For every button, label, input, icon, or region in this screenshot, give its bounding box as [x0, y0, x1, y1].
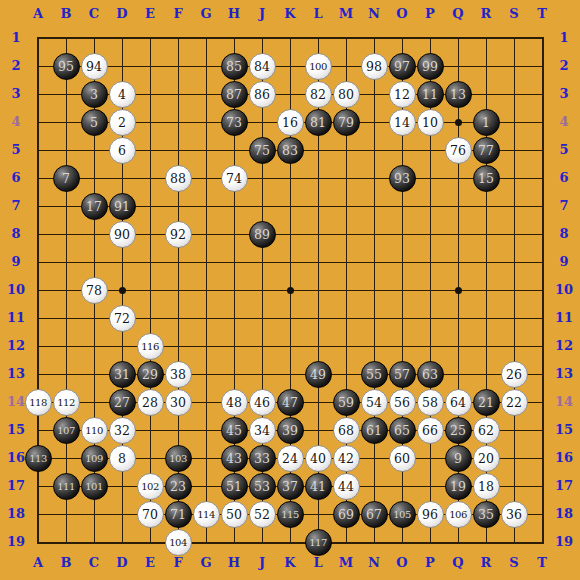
stone-black-21[interactable]: 21 — [473, 389, 500, 416]
coord-label: D — [108, 5, 136, 23]
coord-label: B — [52, 554, 80, 572]
move-number: 40 — [310, 451, 326, 466]
stone-white-66[interactable]: 66 — [417, 417, 444, 444]
coord-label: 9 — [550, 253, 578, 271]
coord-label: R — [472, 5, 500, 23]
stone-white-46[interactable]: 46 — [249, 389, 276, 416]
stone-black-53[interactable]: 53 — [249, 473, 276, 500]
stone-white-32[interactable]: 32 — [109, 417, 136, 444]
stone-white-38[interactable]: 38 — [165, 361, 192, 388]
coord-label: 5 — [550, 141, 578, 159]
coord-label: E — [136, 5, 164, 23]
stone-white-98[interactable]: 98 — [361, 53, 388, 80]
stone-white-68[interactable]: 68 — [333, 417, 360, 444]
stone-white-100[interactable]: 100 — [305, 53, 332, 80]
move-number: 75 — [254, 143, 270, 158]
coord-label: P — [416, 554, 444, 572]
move-number: 113 — [29, 453, 47, 464]
stone-white-58[interactable]: 58 — [417, 389, 444, 416]
stone-white-6[interactable]: 6 — [109, 137, 136, 164]
stone-white-34[interactable]: 34 — [249, 417, 276, 444]
move-number: 100 — [309, 61, 327, 72]
move-number: 68 — [338, 423, 354, 438]
stone-black-117[interactable]: 117 — [305, 529, 332, 556]
move-number: 72 — [114, 311, 130, 326]
coord-label: 8 — [2, 225, 30, 243]
stone-white-54[interactable]: 54 — [361, 389, 388, 416]
stone-black-79[interactable]: 79 — [333, 109, 360, 136]
move-number: 102 — [141, 481, 159, 492]
coord-label: P — [416, 5, 444, 23]
stone-black-69[interactable]: 69 — [333, 501, 360, 528]
stone-black-59[interactable]: 59 — [333, 389, 360, 416]
move-number: 116 — [141, 341, 159, 352]
move-number: 74 — [226, 171, 242, 186]
stone-white-92[interactable]: 92 — [165, 221, 192, 248]
stone-black-109[interactable]: 109 — [81, 445, 108, 472]
coord-label: 2 — [550, 57, 578, 75]
stone-white-76[interactable]: 76 — [445, 137, 472, 164]
move-number: 83 — [282, 143, 298, 158]
stone-black-35[interactable]: 35 — [473, 501, 500, 528]
move-number: 67 — [366, 507, 382, 522]
stone-white-112[interactable]: 112 — [53, 389, 80, 416]
coord-label: 15 — [550, 421, 578, 439]
stone-black-3[interactable]: 3 — [81, 81, 108, 108]
stone-white-86[interactable]: 86 — [249, 81, 276, 108]
move-number: 90 — [114, 227, 130, 242]
stone-white-80[interactable]: 80 — [333, 81, 360, 108]
move-number: 38 — [170, 367, 186, 382]
move-number: 11 — [422, 87, 438, 102]
stone-black-101[interactable]: 101 — [81, 473, 108, 500]
stone-white-48[interactable]: 48 — [221, 389, 248, 416]
coord-label: H — [220, 5, 248, 23]
stone-white-94[interactable]: 94 — [81, 53, 108, 80]
move-number: 62 — [478, 423, 494, 438]
stone-black-77[interactable]: 77 — [473, 137, 500, 164]
move-number: 45 — [226, 423, 242, 438]
stone-black-89[interactable]: 89 — [249, 221, 276, 248]
stone-white-8[interactable]: 8 — [109, 445, 136, 472]
stone-black-51[interactable]: 51 — [221, 473, 248, 500]
stone-white-42[interactable]: 42 — [333, 445, 360, 472]
coord-label: 6 — [550, 169, 578, 187]
move-number: 63 — [422, 367, 438, 382]
stone-white-2[interactable]: 2 — [109, 109, 136, 136]
coord-label: F — [164, 5, 192, 23]
move-number: 85 — [226, 59, 242, 74]
coord-label: Q — [444, 5, 472, 23]
stone-black-105[interactable]: 105 — [389, 501, 416, 528]
coord-label: L — [304, 554, 332, 572]
coord-label: 18 — [2, 505, 30, 523]
stone-white-26[interactable]: 26 — [501, 361, 528, 388]
move-number: 64 — [450, 395, 466, 410]
move-number: 99 — [422, 59, 438, 74]
coord-label: 3 — [550, 85, 578, 103]
move-number: 50 — [226, 507, 242, 522]
move-number: 14 — [394, 115, 410, 130]
move-number: 111 — [57, 481, 75, 492]
stone-white-110[interactable]: 110 — [81, 417, 108, 444]
move-number: 7 — [62, 171, 70, 186]
go-board-stage: ABCDEFGHJKLMNOPQRST ABCDEFGHJKLMNOPQRST … — [0, 0, 580, 580]
stone-black-57[interactable]: 57 — [389, 361, 416, 388]
coord-label: 10 — [550, 281, 578, 299]
coord-label: 10 — [2, 281, 30, 299]
coord-label: 5 — [2, 141, 30, 159]
coord-label: K — [276, 554, 304, 572]
move-number: 54 — [366, 395, 382, 410]
stone-white-102[interactable]: 102 — [137, 473, 164, 500]
star-point — [119, 287, 126, 294]
move-number: 27 — [114, 395, 130, 410]
stone-black-95[interactable]: 95 — [53, 53, 80, 80]
move-number: 33 — [254, 451, 270, 466]
move-number: 77 — [478, 143, 494, 158]
stone-black-87[interactable]: 87 — [221, 81, 248, 108]
stone-black-37[interactable]: 37 — [277, 473, 304, 500]
stone-black-73[interactable]: 73 — [221, 109, 248, 136]
coord-label: G — [192, 5, 220, 23]
move-number: 56 — [394, 395, 410, 410]
move-number: 110 — [85, 425, 103, 436]
stone-white-52[interactable]: 52 — [249, 501, 276, 528]
star-point — [287, 287, 294, 294]
stone-black-19[interactable]: 19 — [445, 473, 472, 500]
stone-black-111[interactable]: 111 — [53, 473, 80, 500]
stone-black-29[interactable]: 29 — [137, 361, 164, 388]
stone-black-67[interactable]: 67 — [361, 501, 388, 528]
coord-label: C — [80, 5, 108, 23]
stone-white-90[interactable]: 90 — [109, 221, 136, 248]
stone-white-44[interactable]: 44 — [333, 473, 360, 500]
coord-label: 13 — [2, 365, 30, 383]
coord-label: S — [500, 554, 528, 572]
stone-white-14[interactable]: 14 — [389, 109, 416, 136]
coord-label: 11 — [550, 309, 578, 327]
coord-label: S — [500, 5, 528, 23]
coord-label: 1 — [550, 29, 578, 47]
move-number: 20 — [478, 451, 494, 466]
stone-black-63[interactable]: 63 — [417, 361, 444, 388]
move-number: 42 — [338, 451, 354, 466]
move-number: 15 — [478, 171, 494, 186]
coord-label: G — [192, 554, 220, 572]
move-number: 76 — [450, 143, 466, 158]
move-number: 9 — [454, 451, 462, 466]
move-number: 19 — [450, 479, 466, 494]
star-point — [455, 287, 462, 294]
stone-white-114[interactable]: 114 — [193, 501, 220, 528]
stone-black-93[interactable]: 93 — [389, 165, 416, 192]
coord-label: 12 — [2, 337, 30, 355]
coord-label: C — [80, 554, 108, 572]
move-number: 104 — [169, 537, 187, 548]
move-number: 30 — [170, 395, 186, 410]
stone-black-61[interactable]: 61 — [361, 417, 388, 444]
move-number: 5 — [90, 115, 98, 130]
stone-white-72[interactable]: 72 — [109, 305, 136, 332]
move-number: 59 — [338, 395, 354, 410]
stone-white-74[interactable]: 74 — [221, 165, 248, 192]
stone-white-106[interactable]: 106 — [445, 501, 472, 528]
move-number: 25 — [450, 423, 466, 438]
stone-white-30[interactable]: 30 — [165, 389, 192, 416]
move-number: 82 — [310, 87, 326, 102]
coord-label: 19 — [550, 533, 578, 551]
stone-black-91[interactable]: 91 — [109, 193, 136, 220]
move-number: 28 — [142, 395, 158, 410]
move-number: 106 — [449, 509, 467, 520]
coord-label: 19 — [2, 533, 30, 551]
move-number: 79 — [338, 115, 354, 130]
move-number: 95 — [58, 59, 74, 74]
move-number: 118 — [29, 397, 47, 408]
coord-label: J — [248, 554, 276, 572]
move-number: 23 — [170, 479, 186, 494]
stone-black-47[interactable]: 47 — [277, 389, 304, 416]
stone-black-71[interactable]: 71 — [165, 501, 192, 528]
move-number: 73 — [226, 115, 242, 130]
move-number: 12 — [394, 87, 410, 102]
coord-label: 13 — [550, 365, 578, 383]
move-number: 97 — [394, 59, 410, 74]
coord-label: Q — [444, 554, 472, 572]
move-number: 60 — [394, 451, 410, 466]
move-number: 80 — [338, 87, 354, 102]
move-number: 48 — [226, 395, 242, 410]
stone-black-27[interactable]: 27 — [109, 389, 136, 416]
coord-label: 7 — [2, 197, 30, 215]
move-number: 49 — [310, 367, 326, 382]
move-number: 31 — [114, 367, 130, 382]
stone-white-20[interactable]: 20 — [473, 445, 500, 472]
move-number: 10 — [422, 115, 438, 130]
stone-black-103[interactable]: 103 — [165, 445, 192, 472]
coord-label: 4 — [550, 113, 578, 131]
move-number: 43 — [226, 451, 242, 466]
stone-black-1[interactable]: 1 — [473, 109, 500, 136]
stone-black-11[interactable]: 11 — [417, 81, 444, 108]
move-number: 93 — [394, 171, 410, 186]
stone-black-23[interactable]: 23 — [165, 473, 192, 500]
move-number: 92 — [170, 227, 186, 242]
move-number: 29 — [142, 367, 158, 382]
move-number: 58 — [422, 395, 438, 410]
coord-label: H — [220, 554, 248, 572]
move-number: 117 — [309, 537, 327, 548]
move-number: 37 — [282, 479, 298, 494]
stone-white-62[interactable]: 62 — [473, 417, 500, 444]
move-number: 46 — [254, 395, 270, 410]
move-number: 65 — [394, 423, 410, 438]
coord-label: 17 — [2, 477, 30, 495]
stone-black-55[interactable]: 55 — [361, 361, 388, 388]
coord-label: N — [360, 554, 388, 572]
stone-white-84[interactable]: 84 — [249, 53, 276, 80]
stone-white-78[interactable]: 78 — [81, 277, 108, 304]
move-number: 53 — [254, 479, 270, 494]
stone-black-97[interactable]: 97 — [389, 53, 416, 80]
move-number: 52 — [254, 507, 270, 522]
coord-label: F — [164, 554, 192, 572]
stone-black-113[interactable]: 113 — [25, 445, 52, 472]
stone-black-41[interactable]: 41 — [305, 473, 332, 500]
stone-black-115[interactable]: 115 — [277, 501, 304, 528]
coord-label: 7 — [550, 197, 578, 215]
move-number: 115 — [281, 509, 299, 520]
move-number: 66 — [422, 423, 438, 438]
coord-label: 17 — [550, 477, 578, 495]
coord-label: L — [304, 5, 332, 23]
coord-label: 9 — [2, 253, 30, 271]
stone-black-9[interactable]: 9 — [445, 445, 472, 472]
coord-label: 11 — [2, 309, 30, 327]
stone-black-45[interactable]: 45 — [221, 417, 248, 444]
coord-label: D — [108, 554, 136, 572]
coord-label: M — [332, 554, 360, 572]
stone-black-13[interactable]: 13 — [445, 81, 472, 108]
coord-label: 18 — [550, 505, 578, 523]
stone-white-16[interactable]: 16 — [277, 109, 304, 136]
coord-label: 12 — [550, 337, 578, 355]
move-number: 44 — [338, 479, 354, 494]
move-number: 61 — [366, 423, 382, 438]
star-point — [455, 119, 462, 126]
stone-black-85[interactable]: 85 — [221, 53, 248, 80]
stone-black-39[interactable]: 39 — [277, 417, 304, 444]
coord-label: E — [136, 554, 164, 572]
move-number: 2 — [118, 115, 126, 130]
stone-black-17[interactable]: 17 — [81, 193, 108, 220]
move-number: 55 — [366, 367, 382, 382]
stone-white-36[interactable]: 36 — [501, 501, 528, 528]
stone-white-24[interactable]: 24 — [277, 445, 304, 472]
stone-white-60[interactable]: 60 — [389, 445, 416, 472]
move-number: 69 — [338, 507, 354, 522]
move-number: 21 — [478, 395, 494, 410]
move-number: 18 — [478, 479, 494, 494]
coord-label: K — [276, 5, 304, 23]
stone-white-50[interactable]: 50 — [221, 501, 248, 528]
move-number: 88 — [170, 171, 186, 186]
move-number: 26 — [506, 367, 522, 382]
move-number: 8 — [118, 451, 126, 466]
stone-white-96[interactable]: 96 — [417, 501, 444, 528]
move-number: 51 — [226, 479, 242, 494]
move-number: 107 — [57, 425, 75, 436]
stone-black-15[interactable]: 15 — [473, 165, 500, 192]
coord-label: 1 — [2, 29, 30, 47]
stone-black-107[interactable]: 107 — [53, 417, 80, 444]
move-number: 35 — [478, 507, 494, 522]
stone-black-33[interactable]: 33 — [249, 445, 276, 472]
stone-black-25[interactable]: 25 — [445, 417, 472, 444]
move-number: 101 — [85, 481, 103, 492]
move-number: 32 — [114, 423, 130, 438]
coord-label: A — [24, 5, 52, 23]
coord-label: N — [360, 5, 388, 23]
stone-white-64[interactable]: 64 — [445, 389, 472, 416]
stone-black-99[interactable]: 99 — [417, 53, 444, 80]
stone-black-75[interactable]: 75 — [249, 137, 276, 164]
coord-label: 15 — [2, 421, 30, 439]
stone-black-49[interactable]: 49 — [305, 361, 332, 388]
move-number: 98 — [366, 59, 382, 74]
stone-white-116[interactable]: 116 — [137, 333, 164, 360]
stone-black-83[interactable]: 83 — [277, 137, 304, 164]
move-number: 41 — [310, 479, 326, 494]
stone-white-88[interactable]: 88 — [165, 165, 192, 192]
stone-black-81[interactable]: 81 — [305, 109, 332, 136]
move-number: 89 — [254, 227, 270, 242]
stone-white-28[interactable]: 28 — [137, 389, 164, 416]
stone-black-65[interactable]: 65 — [389, 417, 416, 444]
stone-white-22[interactable]: 22 — [501, 389, 528, 416]
coord-label: M — [332, 5, 360, 23]
stone-white-4[interactable]: 4 — [109, 81, 136, 108]
go-board[interactable]: 1234567891011121314151617181920212223242… — [38, 38, 543, 543]
move-number: 39 — [282, 423, 298, 438]
move-number: 36 — [506, 507, 522, 522]
move-number: 94 — [86, 59, 102, 74]
move-number: 78 — [86, 283, 102, 298]
move-number: 103 — [169, 453, 187, 464]
coord-label: 8 — [550, 225, 578, 243]
move-number: 22 — [506, 395, 522, 410]
stone-white-10[interactable]: 10 — [417, 109, 444, 136]
move-number: 114 — [197, 509, 215, 520]
stone-black-5[interactable]: 5 — [81, 109, 108, 136]
move-number: 57 — [394, 367, 410, 382]
coord-label: 4 — [2, 113, 30, 131]
coord-label: O — [388, 5, 416, 23]
stone-white-18[interactable]: 18 — [473, 473, 500, 500]
stone-white-56[interactable]: 56 — [389, 389, 416, 416]
coord-label: A — [24, 554, 52, 572]
move-number: 109 — [85, 453, 103, 464]
stone-white-118[interactable]: 118 — [25, 389, 52, 416]
coord-label: 14 — [550, 393, 578, 411]
coord-label: T — [528, 5, 556, 23]
stone-black-43[interactable]: 43 — [221, 445, 248, 472]
stone-white-40[interactable]: 40 — [305, 445, 332, 472]
move-number: 16 — [282, 115, 298, 130]
move-number: 96 — [422, 507, 438, 522]
stone-white-70[interactable]: 70 — [137, 501, 164, 528]
move-number: 71 — [170, 507, 186, 522]
coord-label: 2 — [2, 57, 30, 75]
move-number: 17 — [86, 199, 102, 214]
coord-label: O — [388, 554, 416, 572]
stone-white-12[interactable]: 12 — [389, 81, 416, 108]
coord-label: 3 — [2, 85, 30, 103]
move-number: 4 — [118, 87, 126, 102]
move-number: 84 — [254, 59, 270, 74]
move-number: 112 — [57, 397, 75, 408]
move-number: 24 — [282, 451, 298, 466]
stone-white-82[interactable]: 82 — [305, 81, 332, 108]
move-number: 81 — [310, 115, 326, 130]
stone-white-104[interactable]: 104 — [165, 529, 192, 556]
stone-black-7[interactable]: 7 — [53, 165, 80, 192]
stone-black-31[interactable]: 31 — [109, 361, 136, 388]
move-number: 6 — [118, 143, 126, 158]
move-number: 13 — [450, 87, 466, 102]
coord-label: J — [248, 5, 276, 23]
